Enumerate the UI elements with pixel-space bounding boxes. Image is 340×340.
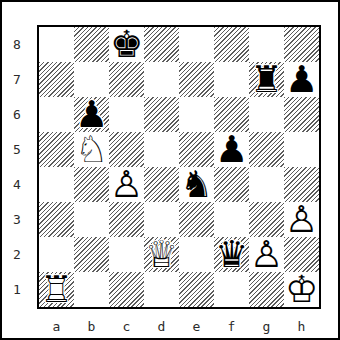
file-label-g: g	[249, 313, 284, 339]
square-d1[interactable]	[144, 272, 179, 307]
file-label-d: d	[144, 313, 179, 339]
piece-glyph: ♙	[284, 202, 319, 237]
square-g5[interactable]	[249, 132, 284, 167]
piece-glyph: ♞	[179, 167, 214, 202]
square-g7[interactable]: ♜♜	[249, 62, 284, 97]
square-f2[interactable]: ♛♛	[214, 237, 249, 272]
square-h2[interactable]	[284, 237, 319, 272]
square-g6[interactable]	[249, 97, 284, 132]
square-g2[interactable]: ♟♙	[249, 237, 284, 272]
square-h4[interactable]	[284, 167, 319, 202]
piece-glyph: ♔	[284, 272, 319, 307]
square-h5[interactable]	[284, 132, 319, 167]
square-c8[interactable]: ♚♚	[109, 27, 144, 62]
chess-diagram: 87654321 ♚♚♜♜♟♟♟♟♞♘♟♟♟♙♞♞♟♙♛♕♛♛♟♙♜♖♚♔ ab…	[0, 0, 340, 340]
square-g1[interactable]	[249, 272, 284, 307]
rank-label-2: 2	[2, 237, 32, 272]
square-h8[interactable]	[284, 27, 319, 62]
square-f7[interactable]	[214, 62, 249, 97]
square-e4[interactable]: ♞♞	[179, 167, 214, 202]
square-e6[interactable]	[179, 97, 214, 132]
square-a1[interactable]: ♜♖	[39, 272, 74, 307]
square-b2[interactable]	[74, 237, 109, 272]
piece-glyph: ♙	[109, 167, 144, 202]
square-c1[interactable]	[109, 272, 144, 307]
black-queen[interactable]: ♛♛	[214, 237, 249, 272]
white-king[interactable]: ♚♔	[284, 272, 319, 307]
black-king[interactable]: ♚♚	[109, 27, 144, 62]
square-e2[interactable]	[179, 237, 214, 272]
white-pawn[interactable]: ♟♙	[249, 237, 284, 272]
white-pawn[interactable]: ♟♙	[284, 202, 319, 237]
piece-glyph: ♘	[74, 132, 109, 167]
black-pawn[interactable]: ♟♟	[214, 132, 249, 167]
file-label-c: c	[109, 313, 144, 339]
square-f3[interactable]	[214, 202, 249, 237]
square-a5[interactable]	[39, 132, 74, 167]
square-d4[interactable]	[144, 167, 179, 202]
square-g4[interactable]	[249, 167, 284, 202]
file-label-b: b	[74, 313, 109, 339]
square-h1[interactable]: ♚♔	[284, 272, 319, 307]
square-c7[interactable]	[109, 62, 144, 97]
piece-glyph: ♙	[249, 237, 284, 272]
black-rook[interactable]: ♜♜	[249, 62, 284, 97]
square-b5[interactable]: ♞♘	[74, 132, 109, 167]
rank-label-6: 6	[2, 97, 32, 132]
file-label-a: a	[39, 313, 74, 339]
square-e8[interactable]	[179, 27, 214, 62]
square-a8[interactable]	[39, 27, 74, 62]
square-e1[interactable]	[179, 272, 214, 307]
file-labels: abcdefgh	[39, 313, 319, 339]
square-d6[interactable]	[144, 97, 179, 132]
black-pawn[interactable]: ♟♟	[74, 97, 109, 132]
square-a3[interactable]	[39, 202, 74, 237]
rank-label-1: 1	[2, 272, 32, 307]
square-d8[interactable]	[144, 27, 179, 62]
square-b8[interactable]	[74, 27, 109, 62]
piece-glyph: ♖	[39, 272, 74, 307]
square-c4[interactable]: ♟♙	[109, 167, 144, 202]
square-h6[interactable]	[284, 97, 319, 132]
black-pawn[interactable]: ♟♟	[284, 62, 319, 97]
square-g8[interactable]	[249, 27, 284, 62]
piece-glyph: ♚	[109, 27, 144, 62]
square-d3[interactable]	[144, 202, 179, 237]
square-e7[interactable]	[179, 62, 214, 97]
white-queen[interactable]: ♛♕	[144, 237, 179, 272]
rank-label-5: 5	[2, 132, 32, 167]
square-f1[interactable]	[214, 272, 249, 307]
square-a4[interactable]	[39, 167, 74, 202]
rank-label-4: 4	[2, 167, 32, 202]
white-knight[interactable]: ♞♘	[74, 132, 109, 167]
square-c2[interactable]	[109, 237, 144, 272]
black-knight[interactable]: ♞♞	[179, 167, 214, 202]
square-c3[interactable]	[109, 202, 144, 237]
piece-glyph: ♟	[284, 62, 319, 97]
square-a6[interactable]	[39, 97, 74, 132]
square-b4[interactable]	[74, 167, 109, 202]
square-h7[interactable]: ♟♟	[284, 62, 319, 97]
square-c6[interactable]	[109, 97, 144, 132]
square-e5[interactable]	[179, 132, 214, 167]
rank-labels: 87654321	[2, 27, 32, 307]
piece-glyph: ♛	[214, 237, 249, 272]
rank-label-3: 3	[2, 202, 32, 237]
square-f8[interactable]	[214, 27, 249, 62]
square-a7[interactable]	[39, 62, 74, 97]
square-f4[interactable]	[214, 167, 249, 202]
square-f5[interactable]: ♟♟	[214, 132, 249, 167]
square-g3[interactable]	[249, 202, 284, 237]
square-b7[interactable]	[74, 62, 109, 97]
square-d5[interactable]	[144, 132, 179, 167]
square-b1[interactable]	[74, 272, 109, 307]
chess-board: ♚♚♜♜♟♟♟♟♞♘♟♟♟♙♞♞♟♙♛♕♛♛♟♙♜♖♚♔	[37, 25, 321, 309]
file-label-h: h	[284, 313, 319, 339]
white-pawn[interactable]: ♟♙	[109, 167, 144, 202]
square-d7[interactable]	[144, 62, 179, 97]
piece-glyph: ♕	[144, 237, 179, 272]
piece-glyph: ♟	[74, 97, 109, 132]
square-b3[interactable]	[74, 202, 109, 237]
square-c5[interactable]	[109, 132, 144, 167]
file-label-e: e	[179, 313, 214, 339]
piece-glyph: ♟	[214, 132, 249, 167]
square-e3[interactable]	[179, 202, 214, 237]
square-h3[interactable]: ♟♙	[284, 202, 319, 237]
square-b6[interactable]: ♟♟	[74, 97, 109, 132]
rank-label-8: 8	[2, 27, 32, 62]
white-rook[interactable]: ♜♖	[39, 272, 74, 307]
square-a2[interactable]	[39, 237, 74, 272]
file-label-f: f	[214, 313, 249, 339]
rank-label-7: 7	[2, 62, 32, 97]
piece-glyph: ♜	[249, 62, 284, 97]
square-f6[interactable]	[214, 97, 249, 132]
square-d2[interactable]: ♛♕	[144, 237, 179, 272]
